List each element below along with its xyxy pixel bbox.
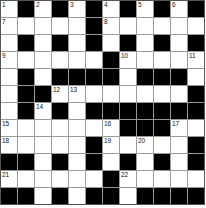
black-cell-r3c8 — [120, 35, 136, 51]
white-cell-r3c7[interactable] — [103, 35, 119, 51]
clue-number-6: 6 — [172, 1, 175, 8]
black-cell-r7c12 — [188, 103, 204, 119]
white-cell-r4c5[interactable] — [69, 52, 85, 68]
black-cell-r11c7 — [103, 171, 119, 187]
black-cell-r12c2 — [18, 188, 34, 204]
white-cell-r2c11[interactable] — [171, 18, 187, 34]
black-cell-r10c4 — [52, 154, 68, 170]
white-cell-r9c9[interactable]: 20 — [137, 137, 153, 153]
white-cell-r8c11[interactable]: 17 — [171, 120, 187, 136]
clue-number-16: 16 — [104, 120, 111, 127]
clue-number-2: 2 — [36, 1, 39, 8]
black-cell-r10c6 — [86, 154, 102, 170]
black-cell-r8c8 — [120, 120, 136, 136]
white-cell-r5c1[interactable] — [1, 69, 17, 85]
white-cell-r2c4[interactable] — [52, 18, 68, 34]
white-cell-r6c1[interactable] — [1, 86, 17, 102]
black-cell-r6c3 — [35, 86, 51, 102]
white-cell-r1c5[interactable]: 3 — [69, 1, 85, 17]
white-cell-r11c11[interactable] — [171, 171, 187, 187]
white-cell-r8c6[interactable] — [86, 120, 102, 136]
white-cell-r8c7[interactable]: 16 — [103, 120, 119, 136]
white-cell-r12c5[interactable] — [69, 188, 85, 204]
white-cell-r5c3[interactable] — [35, 69, 51, 85]
white-cell-r3c11[interactable] — [171, 35, 187, 51]
white-cell-r12c3[interactable] — [35, 188, 51, 204]
white-cell-r1c7[interactable]: 4 — [103, 1, 119, 17]
clue-number-18: 18 — [2, 137, 9, 144]
white-cell-r2c8[interactable] — [120, 18, 136, 34]
black-cell-r10c2 — [18, 154, 34, 170]
white-cell-r11c5[interactable] — [69, 171, 85, 187]
black-cell-r12c1 — [1, 188, 17, 204]
black-cell-r12c9 — [137, 188, 153, 204]
white-cell-r3c3[interactable] — [35, 35, 51, 51]
black-cell-r8c9 — [137, 120, 153, 136]
white-cell-r6c5[interactable]: 13 — [69, 86, 85, 102]
white-cell-r2c5[interactable] — [69, 18, 85, 34]
white-cell-r3c1[interactable] — [1, 35, 17, 51]
white-cell-r7c5[interactable] — [69, 103, 85, 119]
white-cell-r7c1[interactable] — [1, 103, 17, 119]
white-cell-r4c2[interactable] — [18, 52, 34, 68]
white-cell-r11c4[interactable] — [52, 171, 68, 187]
white-cell-r11c12[interactable] — [188, 171, 204, 187]
clue-number-3: 3 — [70, 1, 73, 8]
white-cell-r4c1[interactable]: 9 — [1, 52, 17, 68]
black-cell-r3c12 — [188, 35, 204, 51]
black-cell-r12c6 — [86, 188, 102, 204]
white-cell-r9c10[interactable] — [154, 137, 170, 153]
white-cell-r3c5[interactable] — [69, 35, 85, 51]
white-cell-r1c3[interactable]: 2 — [35, 1, 51, 17]
black-cell-r5c5 — [69, 69, 85, 85]
black-cell-r3c10 — [154, 35, 170, 51]
white-cell-r10c11[interactable] — [171, 154, 187, 170]
black-cell-r3c2 — [18, 35, 34, 51]
white-cell-r4c8[interactable]: 10 — [120, 52, 136, 68]
white-cell-r4c9[interactable] — [137, 52, 153, 68]
white-cell-r2c3[interactable] — [35, 18, 51, 34]
white-cell-r10c3[interactable] — [35, 154, 51, 170]
white-cell-r10c9[interactable] — [137, 154, 153, 170]
white-cell-r10c5[interactable] — [69, 154, 85, 170]
white-cell-r8c4[interactable] — [52, 120, 68, 136]
crossword-grid: 12345678910111213141516171819202122 — [0, 0, 205, 205]
white-cell-r11c10[interactable] — [154, 171, 170, 187]
white-cell-r5c8[interactable] — [120, 69, 136, 85]
black-cell-r5c6 — [86, 69, 102, 85]
white-cell-r2c1[interactable]: 7 — [1, 18, 17, 34]
clue-number-7: 7 — [2, 18, 5, 25]
clue-number-14: 14 — [36, 103, 43, 110]
black-cell-r7c8 — [120, 103, 136, 119]
white-cell-r8c1[interactable]: 15 — [1, 120, 17, 136]
black-cell-r1c12 — [188, 1, 204, 17]
clue-number-12: 12 — [53, 86, 60, 93]
black-cell-r8c10 — [154, 120, 170, 136]
clue-number-13: 13 — [70, 86, 77, 93]
white-cell-r11c8[interactable]: 22 — [120, 171, 136, 187]
black-cell-r12c10 — [154, 188, 170, 204]
white-cell-r1c1[interactable]: 1 — [1, 1, 17, 17]
white-cell-r9c8[interactable] — [120, 137, 136, 153]
black-cell-r6c2 — [18, 86, 34, 102]
white-cell-r8c5[interactable] — [69, 120, 85, 136]
white-cell-r4c11[interactable] — [171, 52, 187, 68]
white-cell-r9c2[interactable] — [18, 137, 34, 153]
clue-number-22: 22 — [121, 171, 128, 178]
white-cell-r6c7[interactable] — [103, 86, 119, 102]
black-cell-r1c2 — [18, 1, 34, 17]
white-cell-r9c3[interactable] — [35, 137, 51, 153]
black-cell-r1c6 — [86, 1, 102, 17]
black-cell-r2c6 — [86, 18, 102, 34]
black-cell-r12c11 — [171, 188, 187, 204]
white-cell-r2c2[interactable] — [18, 18, 34, 34]
clue-number-20: 20 — [138, 137, 145, 144]
white-cell-r11c9[interactable] — [137, 171, 153, 187]
white-cell-r9c7[interactable]: 19 — [103, 137, 119, 153]
clue-number-21: 21 — [2, 171, 9, 178]
clue-number-5: 5 — [138, 1, 141, 8]
black-cell-r5c11 — [171, 69, 187, 85]
white-cell-r2c12[interactable] — [188, 18, 204, 34]
white-cell-r11c1[interactable]: 21 — [1, 171, 17, 187]
black-cell-r7c7 — [103, 103, 119, 119]
black-cell-r7c6 — [86, 103, 102, 119]
black-cell-r10c10 — [154, 154, 170, 170]
white-cell-r6c11[interactable] — [171, 86, 187, 102]
white-cell-r11c2[interactable] — [18, 171, 34, 187]
white-cell-r2c10[interactable] — [154, 18, 170, 34]
black-cell-r5c4 — [52, 69, 68, 85]
white-cell-r10c7[interactable] — [103, 154, 119, 170]
white-cell-r6c10[interactable] — [154, 86, 170, 102]
white-cell-r4c6[interactable] — [86, 52, 102, 68]
black-cell-r12c4 — [52, 188, 68, 204]
white-cell-r3c9[interactable] — [137, 35, 153, 51]
black-cell-r1c8 — [120, 1, 136, 17]
white-cell-r1c9[interactable]: 5 — [137, 1, 153, 17]
white-cell-r11c6[interactable] — [86, 171, 102, 187]
black-cell-r3c4 — [52, 35, 68, 51]
white-cell-r4c10[interactable] — [154, 52, 170, 68]
black-cell-r6c12 — [188, 86, 204, 102]
white-cell-r9c11[interactable] — [171, 137, 187, 153]
black-cell-r12c12 — [188, 188, 204, 204]
white-cell-r8c3[interactable] — [35, 120, 51, 136]
black-cell-r1c10 — [154, 1, 170, 17]
white-cell-r8c12[interactable] — [188, 120, 204, 136]
black-cell-r5c7 — [103, 69, 119, 85]
clue-number-9: 9 — [2, 52, 5, 59]
crossword-page: 12345678910111213141516171819202122 — [0, 0, 206, 208]
black-cell-r5c10 — [154, 69, 170, 85]
clue-number-1: 1 — [2, 1, 5, 8]
clue-number-11: 11 — [189, 52, 195, 59]
clue-number-19: 19 — [104, 137, 111, 144]
white-cell-r4c4[interactable] — [52, 52, 68, 68]
white-cell-r9c5[interactable] — [69, 137, 85, 153]
black-cell-r10c12 — [188, 154, 204, 170]
black-cell-r10c1 — [1, 154, 17, 170]
white-cell-r9c4[interactable] — [52, 137, 68, 153]
black-cell-r3c6 — [86, 35, 102, 51]
black-cell-r1c4 — [52, 1, 68, 17]
white-cell-r6c6[interactable] — [86, 86, 102, 102]
white-cell-r9c1[interactable]: 18 — [1, 137, 17, 153]
black-cell-r7c4 — [52, 103, 68, 119]
clue-number-4: 4 — [104, 1, 107, 8]
white-cell-r2c7[interactable]: 8 — [103, 18, 119, 34]
white-cell-r6c9[interactable] — [137, 86, 153, 102]
black-cell-r9c12 — [188, 137, 204, 153]
clue-number-17: 17 — [172, 120, 179, 127]
black-cell-r4c7 — [103, 52, 119, 68]
white-cell-r7c3[interactable]: 14 — [35, 103, 51, 119]
black-cell-r7c2 — [18, 103, 34, 119]
black-cell-r7c11 — [171, 103, 187, 119]
white-cell-r5c12[interactable] — [188, 69, 204, 85]
clue-number-8: 8 — [104, 18, 107, 25]
white-cell-r11c3[interactable] — [35, 171, 51, 187]
white-cell-r8c2[interactable] — [18, 120, 34, 136]
white-cell-r4c3[interactable] — [35, 52, 51, 68]
white-cell-r6c8[interactable] — [120, 86, 136, 102]
clue-number-10: 10 — [121, 52, 128, 59]
white-cell-r1c11[interactable]: 6 — [171, 1, 187, 17]
black-cell-r7c10 — [154, 103, 170, 119]
black-cell-r9c6 — [86, 137, 102, 153]
black-cell-r7c9 — [137, 103, 153, 119]
white-cell-r2c9[interactable] — [137, 18, 153, 34]
black-cell-r5c2 — [18, 69, 34, 85]
white-cell-r12c8[interactable] — [120, 188, 136, 204]
white-cell-r4c12[interactable]: 11 — [188, 52, 204, 68]
black-cell-r5c9 — [137, 69, 153, 85]
clue-number-15: 15 — [2, 120, 9, 127]
black-cell-r10c8 — [120, 154, 136, 170]
white-cell-r6c4[interactable]: 12 — [52, 86, 68, 102]
black-cell-r12c7 — [103, 188, 119, 204]
